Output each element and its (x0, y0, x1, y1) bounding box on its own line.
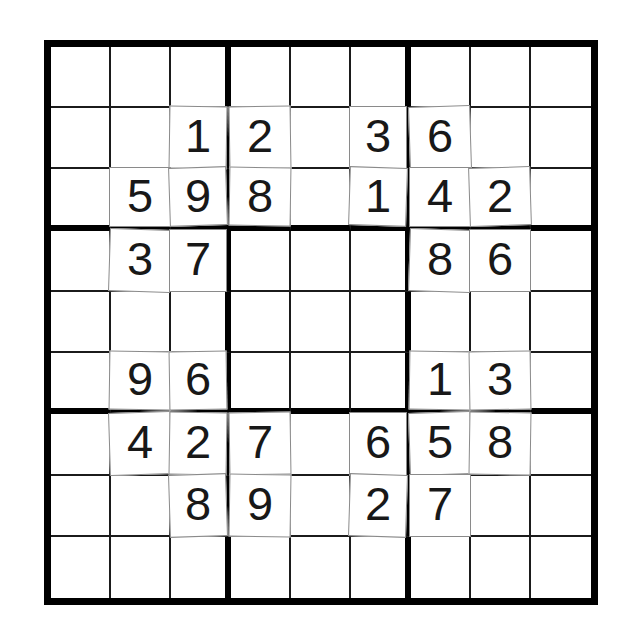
sudoku-cell-r8c9[interactable] (531, 476, 591, 537)
sudoku-cell-r2c4: 2 (231, 108, 291, 169)
sudoku-cell-r7c5[interactable] (291, 414, 351, 475)
sudoku-cell-r9c1[interactable] (51, 537, 111, 598)
sudoku-cell-r2c6: 3 (351, 108, 411, 169)
given-digit: 9 (185, 172, 211, 223)
sudoku-cell-r4c4[interactable] (231, 231, 291, 292)
sudoku-cell-r2c3: 1 (171, 108, 231, 169)
sudoku-cell-r6c1[interactable] (51, 353, 111, 414)
sudoku-cell-r7c9[interactable] (531, 414, 591, 475)
sudoku-cell-r1c4[interactable] (231, 47, 291, 108)
sudoku-cell-r4c3: 7 (171, 231, 231, 292)
sudoku-cell-r4c1[interactable] (51, 231, 111, 292)
sudoku-cell-r6c2: 9 (111, 353, 171, 414)
sudoku-cell-r3c8: 2 (471, 169, 531, 230)
sudoku-cell-r1c5[interactable] (291, 47, 351, 108)
sudoku-cell-r6c6[interactable] (351, 353, 411, 414)
given-digit: 3 (365, 112, 391, 163)
sudoku-cell-r3c4: 8 (231, 169, 291, 230)
given-digit: 1 (427, 355, 453, 406)
sudoku-cell-r7c2: 4 (111, 414, 171, 475)
sudoku-cell-r5c1[interactable] (51, 292, 111, 353)
sudoku-cell-r9c8[interactable] (471, 537, 531, 598)
sudoku-cell-r5c4[interactable] (231, 292, 291, 353)
given-digit: 3 (127, 235, 153, 286)
given-digit: 8 (185, 480, 211, 531)
sudoku-cell-r9c3[interactable] (171, 537, 231, 598)
given-digit: 9 (247, 480, 273, 531)
sudoku-cell-r7c6: 6 (351, 414, 411, 475)
sudoku-cell-r2c8[interactable] (471, 108, 531, 169)
given-digit: 5 (427, 418, 453, 469)
given-digit: 2 (247, 112, 273, 163)
sudoku-cell-r8c4: 9 (231, 476, 291, 537)
sudoku-cell-r9c2[interactable] (111, 537, 171, 598)
sudoku-cell-r3c2: 5 (111, 169, 171, 230)
sudoku-cell-r7c1[interactable] (51, 414, 111, 475)
sudoku-cell-r7c4: 7 (231, 414, 291, 475)
given-digit: 6 (365, 418, 391, 469)
sudoku-cell-r4c2: 3 (111, 231, 171, 292)
sudoku-cell-r4c5[interactable] (291, 231, 351, 292)
given-digit: 6 (487, 235, 513, 286)
sudoku-cell-r6c5[interactable] (291, 353, 351, 414)
given-digit: 6 (427, 112, 453, 163)
sudoku-cell-r5c9[interactable] (531, 292, 591, 353)
sudoku-cell-r1c2[interactable] (111, 47, 171, 108)
sudoku-cell-r4c9[interactable] (531, 231, 591, 292)
sudoku-cell-r8c7: 7 (411, 476, 471, 537)
sudoku-cell-r3c3: 9 (171, 169, 231, 230)
sudoku-cell-r7c8: 8 (471, 414, 531, 475)
given-digit: 8 (427, 235, 453, 286)
sudoku-cell-r3c5[interactable] (291, 169, 351, 230)
sudoku-cell-r8c1[interactable] (51, 476, 111, 537)
given-digit: 2 (185, 418, 211, 469)
sudoku-cell-r5c6[interactable] (351, 292, 411, 353)
given-digit: 5 (127, 172, 153, 223)
sudoku-cell-r6c8: 3 (471, 353, 531, 414)
given-digit: 9 (127, 355, 153, 406)
sudoku-cell-r9c6[interactable] (351, 537, 411, 598)
sudoku-cell-r1c7[interactable] (411, 47, 471, 108)
sudoku-cell-r5c7[interactable] (411, 292, 471, 353)
sudoku-cell-r2c5[interactable] (291, 108, 351, 169)
sudoku-cell-r2c1[interactable] (51, 108, 111, 169)
sudoku-cell-r1c6[interactable] (351, 47, 411, 108)
given-digit: 8 (487, 418, 513, 469)
sudoku-cell-r3c6: 1 (351, 169, 411, 230)
sudoku-cell-r6c3: 6 (171, 353, 231, 414)
sudoku-cell-r1c3[interactable] (171, 47, 231, 108)
sudoku-cell-r9c5[interactable] (291, 537, 351, 598)
given-digit: 7 (185, 235, 211, 286)
given-digit: 7 (247, 418, 273, 469)
sudoku-board: 1236598142378696134276588927 (44, 40, 598, 605)
sudoku-cell-r4c8: 6 (471, 231, 531, 292)
sudoku-cell-r6c7: 1 (411, 353, 471, 414)
sudoku-cell-r8c2[interactable] (111, 476, 171, 537)
given-digit: 8 (247, 172, 273, 223)
sudoku-cell-r9c7[interactable] (411, 537, 471, 598)
sudoku-cell-r8c3: 8 (171, 476, 231, 537)
sudoku-cell-r2c7: 6 (411, 108, 471, 169)
given-digit: 2 (365, 480, 391, 531)
sudoku-cell-r6c9[interactable] (531, 353, 591, 414)
sudoku-cell-r6c4[interactable] (231, 353, 291, 414)
sudoku-cell-r5c3[interactable] (171, 292, 231, 353)
given-digit: 4 (127, 418, 153, 469)
sudoku-cell-r1c8[interactable] (471, 47, 531, 108)
sudoku-cell-r5c5[interactable] (291, 292, 351, 353)
given-digit: 1 (185, 112, 211, 163)
sudoku-cell-r7c3: 2 (171, 414, 231, 475)
given-digit: 3 (487, 355, 513, 406)
sudoku-cell-r8c5[interactable] (291, 476, 351, 537)
sudoku-cell-r3c9[interactable] (531, 169, 591, 230)
given-digit: 4 (427, 172, 453, 223)
sudoku-cell-r9c4[interactable] (231, 537, 291, 598)
sudoku-cell-r5c8[interactable] (471, 292, 531, 353)
sudoku-cell-r4c6[interactable] (351, 231, 411, 292)
given-digit: 2 (487, 172, 513, 223)
sudoku-cell-r7c7: 5 (411, 414, 471, 475)
sudoku-cell-r5c2[interactable] (111, 292, 171, 353)
given-digit: 7 (427, 480, 453, 531)
sudoku-cell-r8c8[interactable] (471, 476, 531, 537)
given-digit: 6 (185, 355, 211, 406)
sudoku-cell-r4c7: 8 (411, 231, 471, 292)
sudoku-cell-r2c2[interactable] (111, 108, 171, 169)
sudoku-cell-r1c1[interactable] (51, 47, 111, 108)
sudoku-cell-r3c1[interactable] (51, 169, 111, 230)
sudoku-cell-r1c9[interactable] (531, 47, 591, 108)
sudoku-cell-r9c9[interactable] (531, 537, 591, 598)
given-digit: 1 (365, 172, 391, 223)
sudoku-cell-r3c7: 4 (411, 169, 471, 230)
sudoku-cell-r2c9[interactable] (531, 108, 591, 169)
sudoku-cell-r8c6: 2 (351, 476, 411, 537)
